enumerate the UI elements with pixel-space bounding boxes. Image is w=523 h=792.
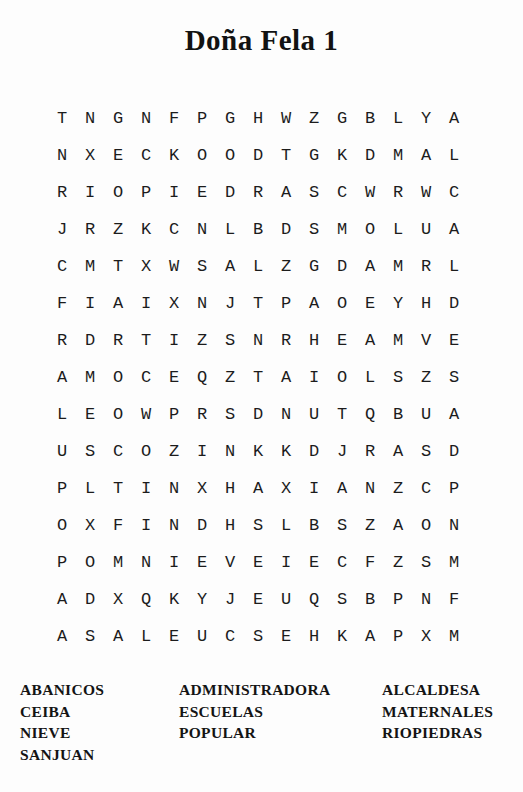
word-list-item: MATERNALES — [382, 701, 493, 723]
grid-cell[interactable]: E — [328, 322, 356, 359]
grid-cell[interactable]: L — [216, 211, 244, 248]
grid-cell[interactable]: N — [160, 470, 188, 507]
grid-cell[interactable]: X — [412, 618, 440, 655]
grid-cell[interactable]: L — [440, 248, 468, 285]
word-list-item: ESCUELAS — [179, 701, 330, 723]
grid-cell[interactable]: V — [216, 544, 244, 581]
grid-cell[interactable]: G — [104, 100, 132, 137]
grid-cell[interactable]: A — [412, 137, 440, 174]
grid-cell[interactable]: K — [272, 433, 300, 470]
grid-cell[interactable]: T — [328, 396, 356, 433]
grid-cell[interactable]: Z — [412, 359, 440, 396]
grid-cell[interactable]: R — [412, 248, 440, 285]
grid-cell[interactable]: Q — [132, 581, 160, 618]
grid-cell[interactable]: N — [132, 544, 160, 581]
grid-cell[interactable]: N — [188, 285, 216, 322]
grid-cell[interactable]: H — [244, 100, 272, 137]
grid-cell[interactable]: X — [104, 581, 132, 618]
grid-cell[interactable]: S — [328, 581, 356, 618]
word-list-item: NIEVE — [20, 722, 104, 744]
grid-cell[interactable]: A — [300, 285, 328, 322]
puzzle-title: Doña Fela 1 — [0, 24, 523, 57]
grid-cell[interactable]: S — [188, 248, 216, 285]
grid-cell[interactable]: O — [188, 137, 216, 174]
grid-cell[interactable]: M — [384, 322, 412, 359]
grid-cell[interactable]: X — [132, 248, 160, 285]
grid-cell[interactable]: Y — [412, 100, 440, 137]
grid-cell[interactable]: J — [328, 433, 356, 470]
grid-cell[interactable]: L — [76, 470, 104, 507]
grid-cell[interactable]: D — [440, 285, 468, 322]
grid-cell[interactable]: I — [188, 433, 216, 470]
grid-cell[interactable]: S — [412, 433, 440, 470]
grid-cell[interactable]: L — [132, 618, 160, 655]
grid-cell[interactable]: F — [356, 544, 384, 581]
grid-cell[interactable]: P — [384, 618, 412, 655]
grid-cell[interactable]: A — [384, 507, 412, 544]
grid-cell[interactable]: N — [244, 322, 272, 359]
grid-cell[interactable]: N — [412, 581, 440, 618]
grid-cell[interactable]: C — [440, 174, 468, 211]
grid-cell[interactable]: F — [48, 285, 76, 322]
grid-cell[interactable]: P — [384, 581, 412, 618]
grid-cell[interactable]: L — [244, 248, 272, 285]
grid-cell[interactable]: R — [384, 174, 412, 211]
grid-cell[interactable]: S — [384, 359, 412, 396]
grid-cell[interactable]: I — [300, 359, 328, 396]
grid-cell[interactable]: L — [272, 507, 300, 544]
grid-cell[interactable]: W — [160, 248, 188, 285]
grid-cell[interactable]: T — [132, 322, 160, 359]
grid-cell[interactable]: S — [76, 433, 104, 470]
grid-cell[interactable]: A — [104, 618, 132, 655]
grid-cell[interactable]: S — [300, 174, 328, 211]
grid-cell[interactable]: O — [132, 433, 160, 470]
grid-cell[interactable]: C — [328, 174, 356, 211]
grid-cell[interactable]: A — [384, 433, 412, 470]
grid-cell[interactable]: O — [216, 137, 244, 174]
grid-cell[interactable]: G — [300, 137, 328, 174]
puzzle-page: Doña Fela 1 TNGNFPGHWZGBLYANXECKOODTGKDM… — [0, 0, 523, 792]
grid-cell[interactable]: T — [272, 137, 300, 174]
grid-cell[interactable]: J — [48, 211, 76, 248]
grid-cell[interactable]: R — [188, 396, 216, 433]
grid-cell[interactable]: N — [356, 470, 384, 507]
grid-cell[interactable]: I — [76, 174, 104, 211]
grid-cell[interactable]: S — [440, 359, 468, 396]
grid-cell[interactable]: S — [328, 507, 356, 544]
grid-cell[interactable]: X — [188, 470, 216, 507]
grid-cell[interactable]: T — [244, 359, 272, 396]
grid-cell[interactable]: E — [300, 544, 328, 581]
grid-cell[interactable]: C — [216, 618, 244, 655]
grid-cell[interactable]: W — [272, 100, 300, 137]
grid-cell[interactable]: F — [104, 507, 132, 544]
grid-cell[interactable]: I — [300, 470, 328, 507]
grid-cell[interactable]: M — [76, 248, 104, 285]
grid-cell[interactable]: D — [440, 433, 468, 470]
grid-cell[interactable]: S — [216, 396, 244, 433]
grid-cell[interactable]: K — [132, 211, 160, 248]
grid-cell[interactable]: U — [188, 618, 216, 655]
grid-cell[interactable]: G — [300, 248, 328, 285]
grid-cell[interactable]: U — [272, 581, 300, 618]
grid-cell[interactable]: A — [272, 359, 300, 396]
grid-cell[interactable]: F — [440, 581, 468, 618]
grid-cell[interactable]: Z — [384, 470, 412, 507]
grid-cell[interactable]: B — [356, 100, 384, 137]
grid-cell[interactable]: K — [160, 137, 188, 174]
grid-cell[interactable]: G — [216, 100, 244, 137]
grid-cell[interactable]: J — [216, 285, 244, 322]
grid-cell[interactable]: S — [300, 211, 328, 248]
grid-cell[interactable]: U — [48, 433, 76, 470]
grid-cell[interactable]: O — [104, 359, 132, 396]
grid-cell[interactable]: N — [76, 100, 104, 137]
grid-cell[interactable]: E — [160, 618, 188, 655]
grid-cell[interactable]: L — [48, 396, 76, 433]
grid-cell[interactable]: Y — [188, 581, 216, 618]
grid-cell[interactable]: Z — [160, 433, 188, 470]
grid-cell[interactable]: W — [412, 174, 440, 211]
grid-cell[interactable]: D — [272, 211, 300, 248]
grid-cell[interactable]: B — [356, 581, 384, 618]
grid-cell[interactable]: A — [356, 618, 384, 655]
grid-cell[interactable]: W — [132, 396, 160, 433]
grid-cell[interactable]: F — [160, 100, 188, 137]
grid-cell[interactable]: U — [412, 211, 440, 248]
grid-cell[interactable]: R — [48, 322, 76, 359]
grid-cell[interactable]: K — [328, 618, 356, 655]
grid-cell[interactable]: M — [440, 544, 468, 581]
grid-cell[interactable]: Z — [300, 100, 328, 137]
grid-cell[interactable]: X — [76, 507, 104, 544]
grid-cell[interactable]: R — [48, 174, 76, 211]
grid-cell[interactable]: B — [244, 211, 272, 248]
grid-cell[interactable]: M — [384, 248, 412, 285]
grid-cell[interactable]: C — [48, 248, 76, 285]
grid-cell[interactable]: O — [328, 359, 356, 396]
grid-cell[interactable]: P — [188, 100, 216, 137]
word-list-item: ABANICOS — [20, 679, 104, 701]
grid-cell[interactable]: R — [272, 322, 300, 359]
grid-cell[interactable]: L — [384, 211, 412, 248]
grid-cell[interactable]: A — [440, 100, 468, 137]
grid-cell[interactable]: X — [76, 137, 104, 174]
grid-cell[interactable]: M — [440, 618, 468, 655]
grid-cell[interactable]: H — [300, 618, 328, 655]
grid-cell[interactable]: E — [440, 322, 468, 359]
grid-cell[interactable]: O — [356, 211, 384, 248]
grid-cell[interactable]: R — [244, 174, 272, 211]
grid-cell[interactable]: Q — [188, 359, 216, 396]
grid-cell[interactable]: A — [356, 248, 384, 285]
grid-cell[interactable]: K — [328, 137, 356, 174]
grid-cell[interactable]: O — [76, 544, 104, 581]
grid-cell[interactable]: N — [188, 211, 216, 248]
word-list-column-3: ALCALDESAMATERNALESRIOPIEDRAS — [382, 679, 493, 744]
grid-cell[interactable]: Q — [300, 581, 328, 618]
grid-cell[interactable]: D — [300, 433, 328, 470]
grid-cell[interactable]: V — [412, 322, 440, 359]
grid-cell[interactable]: A — [328, 470, 356, 507]
grid-cell[interactable]: Z — [356, 507, 384, 544]
grid-cell[interactable]: M — [384, 137, 412, 174]
grid-cell[interactable]: A — [216, 248, 244, 285]
grid-cell[interactable]: R — [356, 433, 384, 470]
grid-cell[interactable]: E — [356, 285, 384, 322]
grid-cell[interactable]: D — [356, 137, 384, 174]
grid-cell[interactable]: B — [300, 507, 328, 544]
grid-cell[interactable]: O — [104, 174, 132, 211]
grid-cell[interactable]: Z — [216, 359, 244, 396]
grid-cell[interactable]: X — [160, 285, 188, 322]
grid-cell[interactable]: E — [272, 618, 300, 655]
grid-cell[interactable]: N — [160, 507, 188, 544]
grid-cell[interactable]: M — [104, 544, 132, 581]
grid-cell[interactable]: E — [188, 174, 216, 211]
grid-cell[interactable]: E — [76, 396, 104, 433]
grid-cell[interactable]: N — [48, 137, 76, 174]
grid-cell[interactable]: S — [412, 544, 440, 581]
grid-cell[interactable]: S — [244, 507, 272, 544]
grid-cell[interactable]: I — [160, 174, 188, 211]
word-search-grid[interactable]: TNGNFPGHWZGBLYANXECKOODTGKDMALRIOPIEDRAS… — [48, 100, 468, 655]
grid-cell[interactable]: Z — [188, 322, 216, 359]
grid-cell[interactable]: K — [244, 433, 272, 470]
grid-cell[interactable]: C — [104, 433, 132, 470]
grid-cell[interactable]: L — [384, 100, 412, 137]
grid-cell[interactable]: I — [160, 544, 188, 581]
grid-cell[interactable]: X — [272, 470, 300, 507]
grid-cell[interactable]: N — [216, 433, 244, 470]
grid-cell[interactable]: T — [104, 470, 132, 507]
grid-cell[interactable]: P — [272, 285, 300, 322]
grid-cell[interactable]: Z — [104, 211, 132, 248]
grid-cell[interactable]: C — [160, 211, 188, 248]
grid-cell[interactable]: E — [104, 137, 132, 174]
grid-cell[interactable]: J — [216, 581, 244, 618]
grid-cell[interactable]: H — [412, 285, 440, 322]
grid-cell[interactable]: Z — [384, 544, 412, 581]
grid-cell[interactable]: T — [104, 248, 132, 285]
grid-cell[interactable]: A — [244, 470, 272, 507]
grid-cell[interactable]: H — [216, 507, 244, 544]
grid-cell[interactable]: U — [300, 396, 328, 433]
grid-cell[interactable]: H — [300, 322, 328, 359]
grid-cell[interactable]: N — [272, 396, 300, 433]
word-list-item: RIOPIEDRAS — [382, 722, 493, 744]
grid-cell[interactable]: A — [272, 174, 300, 211]
grid-cell[interactable]: P — [440, 470, 468, 507]
word-list-item: ADMINISTRADORA — [179, 679, 330, 701]
grid-cell[interactable]: A — [440, 211, 468, 248]
grid-cell[interactable]: C — [328, 544, 356, 581]
grid-cell[interactable]: M — [328, 211, 356, 248]
grid-cell[interactable]: C — [412, 470, 440, 507]
grid-cell[interactable]: B — [384, 396, 412, 433]
grid-cell[interactable]: D — [188, 507, 216, 544]
word-list-column-1: ABANICOSCEIBANIEVESANJUAN — [20, 679, 104, 765]
grid-cell[interactable]: N — [440, 507, 468, 544]
grid-cell[interactable]: U — [412, 396, 440, 433]
grid-cell[interactable]: S — [216, 322, 244, 359]
grid-cell[interactable]: G — [328, 100, 356, 137]
grid-cell[interactable]: R — [104, 322, 132, 359]
grid-cell[interactable]: I — [132, 285, 160, 322]
grid-cell[interactable]: T — [48, 100, 76, 137]
grid-cell[interactable]: I — [132, 507, 160, 544]
grid-cell[interactable]: K — [160, 581, 188, 618]
grid-cell[interactable]: N — [132, 100, 160, 137]
grid-cell[interactable]: O — [328, 285, 356, 322]
grid-cell[interactable]: A — [48, 581, 76, 618]
grid-cell[interactable]: D — [76, 581, 104, 618]
grid-cell[interactable]: W — [356, 174, 384, 211]
grid-cell[interactable]: I — [76, 285, 104, 322]
grid-cell[interactable]: P — [160, 396, 188, 433]
grid-cell[interactable]: I — [160, 322, 188, 359]
grid-cell[interactable]: A — [48, 618, 76, 655]
grid-cell[interactable]: T — [244, 285, 272, 322]
grid-cell[interactable]: R — [76, 211, 104, 248]
grid-cell[interactable]: P — [48, 470, 76, 507]
grid-cell[interactable]: A — [48, 359, 76, 396]
grid-cell[interactable]: O — [412, 507, 440, 544]
grid-cell[interactable]: E — [244, 581, 272, 618]
word-list-item: SANJUAN — [20, 744, 104, 766]
grid-cell[interactable]: H — [216, 470, 244, 507]
grid-cell[interactable]: O — [48, 507, 76, 544]
grid-cell[interactable]: I — [132, 470, 160, 507]
grid-cell[interactable]: A — [356, 322, 384, 359]
grid-cell[interactable]: O — [104, 396, 132, 433]
grid-cell[interactable]: E — [188, 544, 216, 581]
word-list-item: POPULAR — [179, 722, 330, 744]
grid-cell[interactable]: Z — [272, 248, 300, 285]
grid-cell[interactable]: E — [160, 359, 188, 396]
grid-cell[interactable]: Q — [356, 396, 384, 433]
grid-cell[interactable]: D — [244, 137, 272, 174]
grid-cell[interactable]: D — [216, 174, 244, 211]
grid-cell[interactable]: D — [244, 396, 272, 433]
grid-cell[interactable]: P — [48, 544, 76, 581]
grid-cell[interactable]: L — [356, 359, 384, 396]
grid-cell[interactable]: C — [132, 137, 160, 174]
grid-cell[interactable]: Y — [384, 285, 412, 322]
word-list-item: CEIBA — [20, 701, 104, 723]
word-list-column-2: ADMINISTRADORAESCUELASPOPULAR — [179, 679, 330, 744]
grid-cell[interactable]: M — [76, 359, 104, 396]
grid-cell[interactable]: A — [440, 396, 468, 433]
grid-cell[interactable]: S — [76, 618, 104, 655]
word-list: ABANICOSCEIBANIEVESANJUAN ADMINISTRADORA… — [0, 679, 523, 779]
grid-cell[interactable]: S — [244, 618, 272, 655]
word-list-item: ALCALDESA — [382, 679, 493, 701]
grid-cell[interactable]: A — [104, 285, 132, 322]
grid-cell[interactable]: P — [132, 174, 160, 211]
grid-cell[interactable]: D — [76, 322, 104, 359]
grid-cell[interactable]: D — [328, 248, 356, 285]
grid-cell[interactable]: E — [244, 544, 272, 581]
grid-cell[interactable]: I — [272, 544, 300, 581]
grid-cell[interactable]: C — [132, 359, 160, 396]
grid-cell[interactable]: L — [440, 137, 468, 174]
